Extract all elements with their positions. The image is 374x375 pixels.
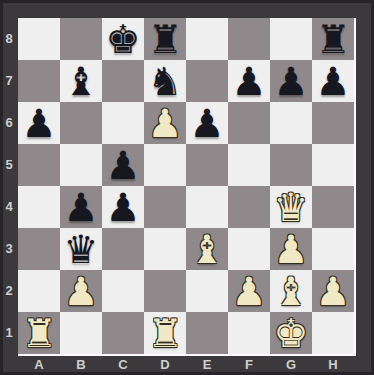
piece-black-pawn[interactable]: ♟ — [228, 60, 270, 102]
piece-black-rook[interactable]: ♜ — [144, 18, 186, 60]
square-b8[interactable] — [60, 18, 102, 60]
square-g6[interactable] — [270, 102, 312, 144]
file-label-f: F — [228, 356, 270, 375]
square-a5[interactable] — [18, 144, 60, 186]
square-g7[interactable]: ♟ — [270, 60, 312, 102]
rank-label-8: 8 — [0, 18, 18, 60]
piece-black-bishop[interactable]: ♝ — [60, 60, 102, 102]
square-e6[interactable]: ♟ — [186, 102, 228, 144]
square-c1[interactable] — [102, 312, 144, 354]
piece-white-bishop[interactable]: ♝ — [186, 228, 228, 270]
piece-black-pawn[interactable]: ♟ — [186, 102, 228, 144]
square-g2[interactable]: ♝ — [270, 270, 312, 312]
file-label-c: C — [102, 356, 144, 375]
square-e7[interactable] — [186, 60, 228, 102]
piece-white-king[interactable]: ♚ — [270, 312, 312, 354]
file-label-e: E — [186, 356, 228, 375]
square-g1[interactable]: ♚ — [270, 312, 312, 354]
square-e4[interactable] — [186, 186, 228, 228]
square-c7[interactable] — [102, 60, 144, 102]
square-f6[interactable] — [228, 102, 270, 144]
rank-label-5: 5 — [0, 144, 18, 186]
piece-black-pawn[interactable]: ♟ — [102, 144, 144, 186]
chess-app-window: 87654321 ♚♜♜♝♞♟♟♟♟♟♟♟♟♟♛♛♝♟♟♟♝♟♜♜♚ ABCDE… — [0, 0, 374, 375]
square-f3[interactable] — [228, 228, 270, 270]
file-label-a: A — [18, 356, 60, 375]
piece-white-pawn[interactable]: ♟ — [270, 228, 312, 270]
piece-white-pawn[interactable]: ♟ — [60, 270, 102, 312]
piece-black-knight[interactable]: ♞ — [144, 60, 186, 102]
file-label-b: B — [60, 356, 102, 375]
square-g5[interactable] — [270, 144, 312, 186]
square-d3[interactable] — [144, 228, 186, 270]
square-a6[interactable]: ♟ — [18, 102, 60, 144]
rank-label-7: 7 — [0, 60, 18, 102]
square-a3[interactable] — [18, 228, 60, 270]
square-h5[interactable] — [312, 144, 354, 186]
square-c6[interactable] — [102, 102, 144, 144]
square-b2[interactable]: ♟ — [60, 270, 102, 312]
square-h2[interactable]: ♟ — [312, 270, 354, 312]
square-g8[interactable] — [270, 18, 312, 60]
square-b6[interactable] — [60, 102, 102, 144]
piece-white-rook[interactable]: ♜ — [18, 312, 60, 354]
square-e2[interactable] — [186, 270, 228, 312]
square-a8[interactable] — [18, 18, 60, 60]
square-c4[interactable]: ♟ — [102, 186, 144, 228]
square-h4[interactable] — [312, 186, 354, 228]
rank-label-6: 6 — [0, 102, 18, 144]
square-c5[interactable]: ♟ — [102, 144, 144, 186]
chess-board: ♚♜♜♝♞♟♟♟♟♟♟♟♟♟♛♛♝♟♟♟♝♟♜♜♚ — [18, 18, 356, 356]
piece-black-pawn[interactable]: ♟ — [18, 102, 60, 144]
piece-black-queen[interactable]: ♛ — [60, 228, 102, 270]
piece-black-rook[interactable]: ♜ — [312, 18, 354, 60]
piece-white-pawn[interactable]: ♟ — [228, 270, 270, 312]
file-label-h: H — [312, 356, 354, 375]
square-f2[interactable]: ♟ — [228, 270, 270, 312]
square-c3[interactable] — [102, 228, 144, 270]
square-b3[interactable]: ♛ — [60, 228, 102, 270]
piece-white-pawn[interactable]: ♟ — [312, 270, 354, 312]
square-b5[interactable] — [60, 144, 102, 186]
square-d7[interactable]: ♞ — [144, 60, 186, 102]
square-c2[interactable] — [102, 270, 144, 312]
square-e3[interactable]: ♝ — [186, 228, 228, 270]
rank-label-4: 4 — [0, 186, 18, 228]
square-b1[interactable] — [60, 312, 102, 354]
square-f5[interactable] — [228, 144, 270, 186]
square-g4[interactable]: ♛ — [270, 186, 312, 228]
rank-label-1: 1 — [0, 312, 18, 354]
square-h1[interactable] — [312, 312, 354, 354]
square-f1[interactable] — [228, 312, 270, 354]
piece-black-king[interactable]: ♚ — [102, 18, 144, 60]
square-d1[interactable]: ♜ — [144, 312, 186, 354]
square-b4[interactable]: ♟ — [60, 186, 102, 228]
square-a4[interactable] — [18, 186, 60, 228]
square-a1[interactable]: ♜ — [18, 312, 60, 354]
file-labels: ABCDEFGH — [18, 356, 356, 375]
square-h8[interactable]: ♜ — [312, 18, 354, 60]
square-e1[interactable] — [186, 312, 228, 354]
piece-black-pawn[interactable]: ♟ — [102, 186, 144, 228]
square-e8[interactable] — [186, 18, 228, 60]
rank-label-2: 2 — [0, 270, 18, 312]
piece-black-pawn[interactable]: ♟ — [312, 60, 354, 102]
square-h7[interactable]: ♟ — [312, 60, 354, 102]
square-d8[interactable]: ♜ — [144, 18, 186, 60]
square-f7[interactable]: ♟ — [228, 60, 270, 102]
square-e5[interactable] — [186, 144, 228, 186]
square-c8[interactable]: ♚ — [102, 18, 144, 60]
square-h3[interactable] — [312, 228, 354, 270]
square-d6[interactable]: ♟ — [144, 102, 186, 144]
file-label-g: G — [270, 356, 312, 375]
square-a7[interactable] — [18, 60, 60, 102]
piece-black-pawn[interactable]: ♟ — [60, 186, 102, 228]
piece-white-queen[interactable]: ♛ — [270, 186, 312, 228]
piece-black-pawn[interactable]: ♟ — [270, 60, 312, 102]
rank-label-3: 3 — [0, 228, 18, 270]
square-d2[interactable] — [144, 270, 186, 312]
square-f8[interactable] — [228, 18, 270, 60]
square-a2[interactable] — [18, 270, 60, 312]
square-h6[interactable] — [312, 102, 354, 144]
file-label-d: D — [144, 356, 186, 375]
square-d4[interactable] — [144, 186, 186, 228]
piece-white-bishop[interactable]: ♝ — [270, 270, 312, 312]
square-d5[interactable] — [144, 144, 186, 186]
square-f4[interactable] — [228, 186, 270, 228]
square-g3[interactable]: ♟ — [270, 228, 312, 270]
piece-white-rook[interactable]: ♜ — [144, 312, 186, 354]
square-b7[interactable]: ♝ — [60, 60, 102, 102]
piece-white-pawn[interactable]: ♟ — [144, 102, 186, 144]
rank-labels: 87654321 — [0, 18, 18, 354]
